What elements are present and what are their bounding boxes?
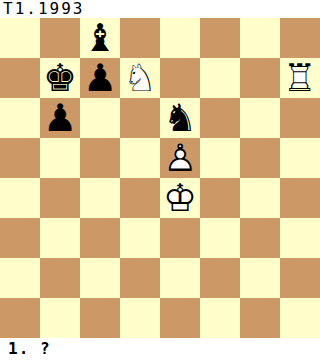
square-g5[interactable]	[240, 138, 280, 178]
square-e4[interactable]: ♚♔	[160, 178, 200, 218]
square-a7[interactable]	[0, 58, 40, 98]
square-a1[interactable]	[0, 298, 40, 338]
piece-solid-layer: ♝	[80, 18, 120, 58]
square-a8[interactable]	[0, 18, 40, 58]
piece-outline-layer: ♖	[280, 58, 320, 98]
square-g4[interactable]	[240, 178, 280, 218]
square-a2[interactable]	[0, 258, 40, 298]
square-b3[interactable]	[40, 218, 80, 258]
piece-outline-layer: ♙	[160, 138, 200, 178]
square-f4[interactable]	[200, 178, 240, 218]
square-d1[interactable]	[120, 298, 160, 338]
square-g7[interactable]	[240, 58, 280, 98]
square-h4[interactable]	[280, 178, 320, 218]
square-c3[interactable]	[80, 218, 120, 258]
square-f3[interactable]	[200, 218, 240, 258]
square-f8[interactable]	[200, 18, 240, 58]
square-d2[interactable]	[120, 258, 160, 298]
square-b4[interactable]	[40, 178, 80, 218]
square-b2[interactable]	[40, 258, 80, 298]
chess-board: ♝♚♟♞♘♜♖♟♞♟♙♚♔	[0, 18, 320, 338]
square-f2[interactable]	[200, 258, 240, 298]
square-d4[interactable]	[120, 178, 160, 218]
square-h3[interactable]	[280, 218, 320, 258]
piece-solid-layer: ♚	[40, 58, 80, 98]
diagram-title: T1.1993	[0, 0, 320, 18]
square-a6[interactable]	[0, 98, 40, 138]
square-h8[interactable]	[280, 18, 320, 58]
square-d8[interactable]	[120, 18, 160, 58]
square-a4[interactable]	[0, 178, 40, 218]
square-c5[interactable]	[80, 138, 120, 178]
square-d6[interactable]	[120, 98, 160, 138]
black-king-icon: ♚	[40, 58, 80, 98]
square-f1[interactable]	[200, 298, 240, 338]
square-b1[interactable]	[40, 298, 80, 338]
black-knight-icon: ♞	[160, 98, 200, 138]
square-b8[interactable]	[40, 18, 80, 58]
square-e2[interactable]	[160, 258, 200, 298]
square-f5[interactable]	[200, 138, 240, 178]
square-d5[interactable]	[120, 138, 160, 178]
square-e3[interactable]	[160, 218, 200, 258]
square-c8[interactable]: ♝	[80, 18, 120, 58]
square-c6[interactable]	[80, 98, 120, 138]
square-g3[interactable]	[240, 218, 280, 258]
square-c7[interactable]: ♟	[80, 58, 120, 98]
piece-outline-layer: ♔	[160, 178, 200, 218]
square-g1[interactable]	[240, 298, 280, 338]
black-pawn-icon: ♟	[80, 58, 120, 98]
square-h6[interactable]	[280, 98, 320, 138]
square-h2[interactable]	[280, 258, 320, 298]
black-pawn-icon: ♟	[40, 98, 80, 138]
square-h1[interactable]	[280, 298, 320, 338]
piece-solid-layer: ♟	[80, 58, 120, 98]
white-rook-icon: ♜♖	[280, 58, 320, 98]
square-b5[interactable]	[40, 138, 80, 178]
chess-diagram-page: T1.1993 ♝♚♟♞♘♜♖♟♞♟♙♚♔ 1. ?	[0, 0, 320, 360]
square-e5[interactable]: ♟♙	[160, 138, 200, 178]
square-h7[interactable]: ♜♖	[280, 58, 320, 98]
white-knight-icon: ♞♘	[120, 58, 160, 98]
square-e7[interactable]	[160, 58, 200, 98]
square-c4[interactable]	[80, 178, 120, 218]
square-c1[interactable]	[80, 298, 120, 338]
move-prompt: 1. ?	[0, 338, 320, 360]
square-e6[interactable]: ♞	[160, 98, 200, 138]
white-pawn-icon: ♟♙	[160, 138, 200, 178]
square-g8[interactable]	[240, 18, 280, 58]
square-c2[interactable]	[80, 258, 120, 298]
square-d3[interactable]	[120, 218, 160, 258]
square-e8[interactable]	[160, 18, 200, 58]
square-b6[interactable]: ♟	[40, 98, 80, 138]
square-g6[interactable]	[240, 98, 280, 138]
square-g2[interactable]	[240, 258, 280, 298]
piece-solid-layer: ♟	[40, 98, 80, 138]
square-h5[interactable]	[280, 138, 320, 178]
white-king-icon: ♚♔	[160, 178, 200, 218]
piece-solid-layer: ♞	[160, 98, 200, 138]
black-bishop-icon: ♝	[80, 18, 120, 58]
square-e1[interactable]	[160, 298, 200, 338]
square-b7[interactable]: ♚	[40, 58, 80, 98]
square-f6[interactable]	[200, 98, 240, 138]
square-f7[interactable]	[200, 58, 240, 98]
square-d7[interactable]: ♞♘	[120, 58, 160, 98]
square-a3[interactable]	[0, 218, 40, 258]
square-a5[interactable]	[0, 138, 40, 178]
piece-outline-layer: ♘	[120, 58, 160, 98]
